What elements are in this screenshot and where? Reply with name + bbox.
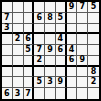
- cell-r3c7-empty[interactable]: [67, 24, 78, 35]
- cell-r2c5-given: 8: [45, 13, 56, 24]
- cell-r9c5-empty[interactable]: [45, 88, 56, 99]
- cell-r3c4-empty[interactable]: [34, 24, 45, 35]
- cell-r5c1-empty[interactable]: [2, 45, 13, 56]
- cell-r4c9-empty[interactable]: [88, 34, 99, 45]
- cell-r6c2-empty[interactable]: [13, 56, 24, 67]
- cell-r9c2-given: 3: [13, 88, 24, 99]
- cell-r2c4-given: 6: [34, 13, 45, 24]
- cell-r5c4-given: 7: [34, 45, 45, 56]
- cell-r2c7-empty[interactable]: [67, 13, 78, 24]
- cell-r4c4-empty[interactable]: [34, 34, 45, 45]
- cell-r7c3-empty[interactable]: [24, 67, 35, 78]
- cell-r4c8-empty[interactable]: [77, 34, 88, 45]
- cell-r8c3-empty[interactable]: [24, 77, 35, 88]
- cell-r3c1-given: 3: [2, 24, 13, 35]
- cell-r1c1-empty[interactable]: [2, 2, 13, 13]
- cell-r4c7-empty[interactable]: [67, 34, 78, 45]
- cell-r4c6-given: 4: [56, 34, 67, 45]
- cell-r8c7-empty[interactable]: [67, 77, 78, 88]
- cell-r1c5-empty[interactable]: [45, 2, 56, 13]
- cell-r1c2-empty[interactable]: [13, 2, 24, 13]
- cell-r3c6-empty[interactable]: [56, 24, 67, 35]
- cell-r1c6-empty[interactable]: [56, 2, 67, 13]
- cell-r5c2-empty[interactable]: [13, 45, 24, 56]
- cell-r8c5-given: 3: [45, 77, 56, 88]
- cell-r6c7-given: 6: [67, 56, 78, 67]
- cell-r6c4-given: 2: [34, 56, 45, 67]
- cell-r7c4-empty[interactable]: [34, 67, 45, 78]
- cell-r9c4-empty[interactable]: [34, 88, 45, 99]
- cell-r2c8-empty[interactable]: [77, 13, 88, 24]
- cell-r6c1-empty[interactable]: [2, 56, 13, 67]
- cell-r7c5-empty[interactable]: [45, 67, 56, 78]
- cell-r9c8-empty[interactable]: [77, 88, 88, 99]
- cell-r9c7-empty[interactable]: [67, 88, 78, 99]
- cell-r6c3-empty[interactable]: [24, 56, 35, 67]
- cell-r3c2-empty[interactable]: [13, 24, 24, 35]
- cell-r8c9-given: 2: [88, 77, 99, 88]
- cell-r7c2-empty[interactable]: [13, 67, 24, 78]
- cell-r2c9-empty[interactable]: [88, 13, 99, 24]
- cell-r4c3-given: 6: [24, 34, 35, 45]
- cell-r6c8-given: 9: [77, 56, 88, 67]
- cell-r8c4-given: 5: [34, 77, 45, 88]
- cell-r7c7-empty[interactable]: [67, 67, 78, 78]
- cell-r9c6-empty[interactable]: [56, 88, 67, 99]
- cell-r5c5-given: 9: [45, 45, 56, 56]
- cell-r5c8-empty[interactable]: [77, 45, 88, 56]
- sudoku-board: 975768532645796426985392637: [0, 0, 101, 101]
- cell-r3c5-empty[interactable]: [45, 24, 56, 35]
- cell-r7c1-empty[interactable]: [2, 67, 13, 78]
- cell-r1c7-given: 9: [67, 2, 78, 13]
- cell-r8c6-given: 9: [56, 77, 67, 88]
- cell-r2c3-empty[interactable]: [24, 13, 35, 24]
- cell-r6c6-empty[interactable]: [56, 56, 67, 67]
- cell-r8c1-empty[interactable]: [2, 77, 13, 88]
- cell-r8c2-empty[interactable]: [13, 77, 24, 88]
- cell-r9c3-given: 7: [24, 88, 35, 99]
- cell-r5c6-given: 6: [56, 45, 67, 56]
- cell-r2c2-empty[interactable]: [13, 13, 24, 24]
- cell-r2c1-given: 7: [2, 13, 13, 24]
- cell-r7c8-empty[interactable]: [77, 67, 88, 78]
- cell-r2c6-given: 5: [56, 13, 67, 24]
- cell-r6c5-empty[interactable]: [45, 56, 56, 67]
- cell-r4c2-given: 2: [13, 34, 24, 45]
- cell-r1c4-empty[interactable]: [34, 2, 45, 13]
- cell-r5c9-empty[interactable]: [88, 45, 99, 56]
- cell-r1c8-given: 7: [77, 2, 88, 13]
- cell-r8c8-empty[interactable]: [77, 77, 88, 88]
- cell-r1c9-given: 5: [88, 2, 99, 13]
- cell-r3c8-empty[interactable]: [77, 24, 88, 35]
- cell-r6c9-empty[interactable]: [88, 56, 99, 67]
- cell-r5c7-given: 4: [67, 45, 78, 56]
- cell-r7c9-given: 8: [88, 67, 99, 78]
- cell-r4c1-empty[interactable]: [2, 34, 13, 45]
- cell-r5c3-given: 5: [24, 45, 35, 56]
- cell-r4c5-empty[interactable]: [45, 34, 56, 45]
- cell-r9c1-given: 6: [2, 88, 13, 99]
- cell-r3c3-empty[interactable]: [24, 24, 35, 35]
- cell-r1c3-empty[interactable]: [24, 2, 35, 13]
- cell-r9c9-empty[interactable]: [88, 88, 99, 99]
- cell-r3c9-empty[interactable]: [88, 24, 99, 35]
- cell-r7c6-empty[interactable]: [56, 67, 67, 78]
